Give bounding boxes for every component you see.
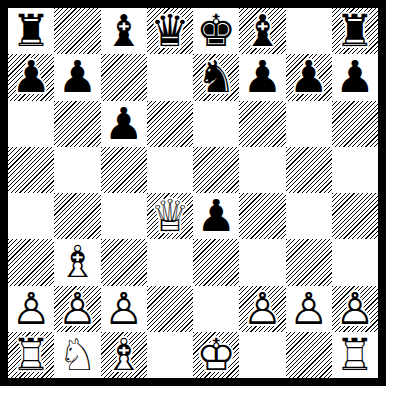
square-d8[interactable]: ♛♛ bbox=[147, 8, 193, 54]
square-h1[interactable]: ♜♖ bbox=[332, 332, 378, 378]
square-a2[interactable]: ♟♙ bbox=[8, 286, 54, 332]
square-d5[interactable] bbox=[147, 147, 193, 193]
black-king-glyph: ♚ bbox=[193, 8, 239, 54]
black-bishop-glyph: ♝ bbox=[101, 8, 147, 54]
square-b5[interactable] bbox=[54, 147, 100, 193]
white-rook: ♜♖ bbox=[8, 332, 54, 378]
square-d1[interactable] bbox=[147, 332, 193, 378]
black-pawn-glyph: ♟ bbox=[193, 193, 239, 239]
black-pawn: ♟♟ bbox=[193, 193, 239, 239]
black-bishop-glyph: ♝ bbox=[239, 8, 285, 54]
black-pawn-glyph: ♟ bbox=[8, 54, 54, 100]
white-pawn: ♟♙ bbox=[54, 286, 100, 332]
square-f6[interactable] bbox=[239, 101, 285, 147]
white-pawn-glyph: ♙ bbox=[8, 286, 54, 332]
black-pawn: ♟♟ bbox=[101, 101, 147, 147]
square-f4[interactable] bbox=[239, 193, 285, 239]
square-c2[interactable]: ♟♙ bbox=[101, 286, 147, 332]
square-b6[interactable] bbox=[54, 101, 100, 147]
black-rook: ♜♜ bbox=[332, 8, 378, 54]
black-bishop: ♝♝ bbox=[239, 8, 285, 54]
white-bishop-glyph: ♗ bbox=[54, 239, 100, 285]
square-c6[interactable]: ♟♟ bbox=[101, 101, 147, 147]
black-pawn-glyph: ♟ bbox=[54, 54, 100, 100]
black-knight-glyph: ♞ bbox=[193, 54, 239, 100]
square-a3[interactable] bbox=[8, 239, 54, 285]
square-a5[interactable] bbox=[8, 147, 54, 193]
square-g8[interactable] bbox=[286, 8, 332, 54]
white-king-glyph: ♔ bbox=[193, 332, 239, 378]
white-pawn-glyph: ♙ bbox=[54, 286, 100, 332]
square-b1[interactable]: ♞♘ bbox=[54, 332, 100, 378]
square-h7[interactable]: ♟♟ bbox=[332, 54, 378, 100]
black-pawn: ♟♟ bbox=[8, 54, 54, 100]
square-e8[interactable]: ♚♚ bbox=[193, 8, 239, 54]
black-rook: ♜♜ bbox=[8, 8, 54, 54]
black-pawn: ♟♟ bbox=[332, 54, 378, 100]
black-queen-glyph: ♛ bbox=[147, 8, 193, 54]
square-d7[interactable] bbox=[147, 54, 193, 100]
white-rook-glyph: ♖ bbox=[8, 332, 54, 378]
square-g1[interactable] bbox=[286, 332, 332, 378]
square-b8[interactable] bbox=[54, 8, 100, 54]
square-e6[interactable] bbox=[193, 101, 239, 147]
square-g5[interactable] bbox=[286, 147, 332, 193]
square-a1[interactable]: ♜♖ bbox=[8, 332, 54, 378]
chess-board: ♜♜♝♝♛♛♚♚♝♝♜♜♟♟♟♟♞♞♟♟♟♟♟♟♟♟♛♕♟♟♝♗♟♙♟♙♟♙♟♙… bbox=[8, 8, 378, 378]
square-f3[interactable] bbox=[239, 239, 285, 285]
white-bishop-glyph: ♗ bbox=[101, 332, 147, 378]
square-e7[interactable]: ♞♞ bbox=[193, 54, 239, 100]
white-pawn: ♟♙ bbox=[239, 286, 285, 332]
square-d4[interactable]: ♛♕ bbox=[147, 193, 193, 239]
white-queen-glyph: ♕ bbox=[147, 193, 193, 239]
square-g6[interactable] bbox=[286, 101, 332, 147]
white-queen: ♛♕ bbox=[147, 193, 193, 239]
square-b4[interactable] bbox=[54, 193, 100, 239]
square-g7[interactable]: ♟♟ bbox=[286, 54, 332, 100]
square-c4[interactable] bbox=[101, 193, 147, 239]
square-f7[interactable]: ♟♟ bbox=[239, 54, 285, 100]
square-h2[interactable]: ♟♙ bbox=[332, 286, 378, 332]
square-d6[interactable] bbox=[147, 101, 193, 147]
white-bishop: ♝♗ bbox=[101, 332, 147, 378]
square-b2[interactable]: ♟♙ bbox=[54, 286, 100, 332]
white-knight: ♞♘ bbox=[54, 332, 100, 378]
white-pawn: ♟♙ bbox=[8, 286, 54, 332]
square-c8[interactable]: ♝♝ bbox=[101, 8, 147, 54]
black-pawn: ♟♟ bbox=[54, 54, 100, 100]
square-a4[interactable] bbox=[8, 193, 54, 239]
black-bishop: ♝♝ bbox=[101, 8, 147, 54]
square-b3[interactable]: ♝♗ bbox=[54, 239, 100, 285]
square-h5[interactable] bbox=[332, 147, 378, 193]
black-pawn: ♟♟ bbox=[286, 54, 332, 100]
square-h3[interactable] bbox=[332, 239, 378, 285]
square-g3[interactable] bbox=[286, 239, 332, 285]
square-g4[interactable] bbox=[286, 193, 332, 239]
square-g2[interactable]: ♟♙ bbox=[286, 286, 332, 332]
square-f2[interactable]: ♟♙ bbox=[239, 286, 285, 332]
black-pawn-glyph: ♟ bbox=[286, 54, 332, 100]
white-pawn-glyph: ♙ bbox=[332, 286, 378, 332]
white-pawn: ♟♙ bbox=[101, 286, 147, 332]
square-a7[interactable]: ♟♟ bbox=[8, 54, 54, 100]
white-rook: ♜♖ bbox=[332, 332, 378, 378]
square-h4[interactable] bbox=[332, 193, 378, 239]
black-rook-glyph: ♜ bbox=[8, 8, 54, 54]
square-e5[interactable] bbox=[193, 147, 239, 193]
black-rook-glyph: ♜ bbox=[332, 8, 378, 54]
white-bishop: ♝♗ bbox=[54, 239, 100, 285]
square-e1[interactable]: ♚♔ bbox=[193, 332, 239, 378]
chess-board-frame: ♜♜♝♝♛♛♚♚♝♝♜♜♟♟♟♟♞♞♟♟♟♟♟♟♟♟♛♕♟♟♝♗♟♙♟♙♟♙♟♙… bbox=[0, 0, 386, 386]
square-f5[interactable] bbox=[239, 147, 285, 193]
black-pawn: ♟♟ bbox=[239, 54, 285, 100]
white-pawn: ♟♙ bbox=[332, 286, 378, 332]
black-pawn-glyph: ♟ bbox=[332, 54, 378, 100]
black-king: ♚♚ bbox=[193, 8, 239, 54]
square-h8[interactable]: ♜♜ bbox=[332, 8, 378, 54]
square-f1[interactable] bbox=[239, 332, 285, 378]
white-pawn-glyph: ♙ bbox=[239, 286, 285, 332]
white-king: ♚♔ bbox=[193, 332, 239, 378]
white-pawn-glyph: ♙ bbox=[286, 286, 332, 332]
white-pawn: ♟♙ bbox=[286, 286, 332, 332]
white-knight-glyph: ♘ bbox=[54, 332, 100, 378]
white-pawn-glyph: ♙ bbox=[101, 286, 147, 332]
square-f8[interactable]: ♝♝ bbox=[239, 8, 285, 54]
square-a8[interactable]: ♜♜ bbox=[8, 8, 54, 54]
black-pawn-glyph: ♟ bbox=[239, 54, 285, 100]
square-a6[interactable] bbox=[8, 101, 54, 147]
square-e3[interactable] bbox=[193, 239, 239, 285]
square-c5[interactable] bbox=[101, 147, 147, 193]
square-d2[interactable] bbox=[147, 286, 193, 332]
square-e4[interactable]: ♟♟ bbox=[193, 193, 239, 239]
black-pawn-glyph: ♟ bbox=[101, 101, 147, 147]
square-c3[interactable] bbox=[101, 239, 147, 285]
square-h6[interactable] bbox=[332, 101, 378, 147]
square-e2[interactable] bbox=[193, 286, 239, 332]
white-rook-glyph: ♖ bbox=[332, 332, 378, 378]
square-d3[interactable] bbox=[147, 239, 193, 285]
square-c7[interactable] bbox=[101, 54, 147, 100]
square-b7[interactable]: ♟♟ bbox=[54, 54, 100, 100]
square-c1[interactable]: ♝♗ bbox=[101, 332, 147, 378]
black-knight: ♞♞ bbox=[193, 54, 239, 100]
black-queen: ♛♛ bbox=[147, 8, 193, 54]
